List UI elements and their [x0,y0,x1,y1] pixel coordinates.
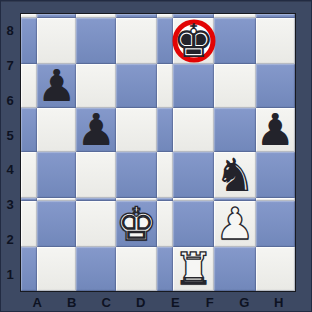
square-h6[interactable] [256,64,295,108]
square-f5[interactable] [173,108,214,152]
file-label-g: G [227,292,262,312]
square-b5[interactable] [37,108,76,152]
square-h1[interactable] [256,247,295,291]
square-a2[interactable] [21,201,37,247]
square-f6[interactable] [173,64,214,108]
square-d6[interactable] [116,64,157,108]
square-f4[interactable] [173,152,214,198]
square-h4[interactable] [256,152,295,198]
square-b2[interactable] [37,201,76,247]
rank-label-5: 5 [0,118,20,153]
square-g6[interactable] [214,64,255,108]
square-c5[interactable]: ♟ [76,108,115,152]
file-label-d: D [124,292,159,312]
square-a1[interactable] [21,247,37,291]
file-label-b: B [55,292,90,312]
rank-label-4: 4 [0,153,20,188]
square-e6[interactable] [157,64,173,108]
square-a5[interactable] [21,108,37,152]
black-pawn-h5[interactable]: ♟ [256,108,295,152]
black-king-f7[interactable]: ♚ [173,18,214,64]
square-g1[interactable] [214,247,255,291]
rank-label-3: 3 [0,187,20,222]
square-e7[interactable] [157,18,173,64]
square-g5[interactable] [214,108,255,152]
black-pawn-b6[interactable]: ♟ [37,64,76,108]
file-labels: A B C D E F G H [20,292,296,312]
square-c6[interactable] [76,64,115,108]
square-h5[interactable]: ♟ [256,108,295,152]
square-a4[interactable] [21,152,37,198]
square-e1[interactable] [157,247,173,291]
square-b7[interactable] [37,18,76,64]
white-pawn-g2[interactable]: ♟ [215,202,254,246]
square-d7[interactable] [116,18,157,64]
square-e4[interactable] [157,152,173,198]
chess-board: ♚♟♟♟♞♚♟♜ [20,13,296,292]
rank-label-8: 8 [0,13,20,48]
file-label-f: F [193,292,228,312]
chess-diagram: 8 7 6 5 4 3 2 1 ♚♟♟♟♞♚♟♜ A B C D E F G H [0,0,312,312]
square-c4[interactable] [76,152,115,198]
square-b1[interactable] [37,247,76,291]
white-rook-f1[interactable]: ♜ [174,247,213,291]
square-c2[interactable] [76,201,115,247]
black-knight-g4[interactable]: ♞ [214,152,255,198]
square-g7[interactable] [214,18,255,64]
rank-label-7: 7 [0,48,20,83]
file-label-e: E [158,292,193,312]
square-e5[interactable] [157,108,173,152]
square-g2[interactable]: ♟ [214,201,255,247]
square-c7[interactable] [76,18,115,64]
rank-label-6: 6 [0,83,20,118]
square-f7[interactable]: ♚ [173,18,214,64]
square-c1[interactable] [76,247,115,291]
white-king-d2[interactable]: ♚ [116,201,157,247]
square-b6[interactable]: ♟ [37,64,76,108]
square-h2[interactable] [256,201,295,247]
square-e2[interactable] [157,201,173,247]
square-d5[interactable] [116,108,157,152]
file-label-h: H [262,292,297,312]
square-d1[interactable] [116,247,157,291]
rank-label-2: 2 [0,222,20,257]
black-pawn-c5[interactable]: ♟ [76,108,115,152]
file-label-c: C [89,292,124,312]
rank-labels: 8 7 6 5 4 3 2 1 [0,13,20,292]
square-f2[interactable] [173,201,214,247]
square-d4[interactable] [116,152,157,198]
rank-label-1: 1 [0,257,20,292]
square-a6[interactable] [21,64,37,108]
square-b4[interactable] [37,152,76,198]
file-label-a: A [20,292,55,312]
square-d2[interactable]: ♚ [116,201,157,247]
square-f1[interactable]: ♜ [173,247,214,291]
square-h7[interactable] [256,18,295,64]
square-g4[interactable]: ♞ [214,152,255,198]
square-a7[interactable] [21,18,37,64]
